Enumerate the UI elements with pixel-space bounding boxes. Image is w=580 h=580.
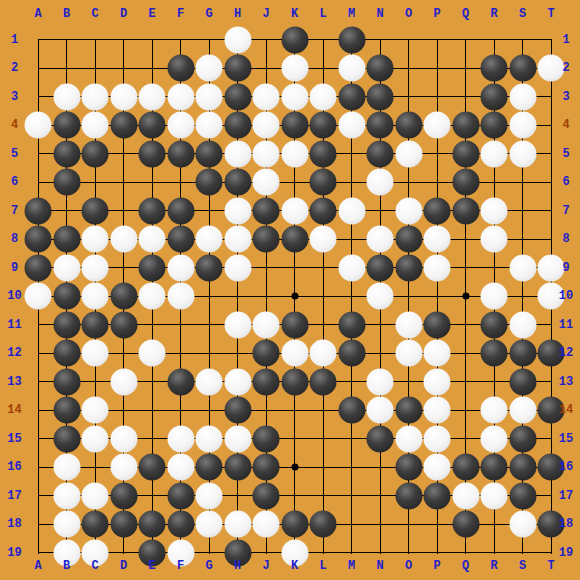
black-stone-S17[interactable]: [509, 482, 536, 509]
column-label-top-T: T: [547, 8, 554, 20]
column-label-top-H: H: [234, 8, 241, 20]
black-stone-B13[interactable]: [53, 368, 80, 395]
white-stone-S9[interactable]: [509, 254, 536, 281]
white-stone-R7[interactable]: [481, 197, 508, 224]
row-label-left-15: 15: [7, 433, 21, 445]
white-stone-G15[interactable]: [196, 425, 223, 452]
column-label-bottom-O: O: [405, 560, 412, 572]
column-label-top-N: N: [376, 8, 383, 20]
white-stone-H11[interactable]: [224, 311, 251, 338]
white-stone-C12[interactable]: [82, 340, 109, 367]
white-stone-H18[interactable]: [224, 511, 251, 538]
black-stone-M12[interactable]: [338, 340, 365, 367]
column-label-top-G: G: [205, 8, 212, 20]
column-label-bottom-G: G: [205, 560, 212, 572]
column-label-top-C: C: [91, 8, 98, 20]
column-label-top-P: P: [433, 8, 440, 20]
column-label-top-B: B: [63, 8, 70, 20]
black-stone-Q7[interactable]: [452, 197, 479, 224]
row-label-left-6: 6: [11, 176, 18, 188]
black-stone-J15[interactable]: [253, 425, 280, 452]
black-stone-B8[interactable]: [53, 226, 80, 253]
black-stone-B11[interactable]: [53, 311, 80, 338]
column-label-top-A: A: [34, 8, 41, 20]
column-label-top-O: O: [405, 8, 412, 20]
row-label-right-13: 13: [559, 376, 573, 388]
black-stone-J12[interactable]: [253, 340, 280, 367]
white-stone-S5[interactable]: [509, 140, 536, 167]
white-stone-P12[interactable]: [424, 340, 451, 367]
black-stone-F17[interactable]: [167, 482, 194, 509]
column-label-bottom-T: T: [547, 560, 554, 572]
white-stone-C3[interactable]: [82, 83, 109, 110]
white-stone-S18[interactable]: [509, 511, 536, 538]
hoshi-dot-K10: [291, 293, 298, 300]
white-stone-J6[interactable]: [253, 169, 280, 196]
white-stone-S4[interactable]: [509, 112, 536, 139]
white-stone-J3[interactable]: [253, 83, 280, 110]
white-stone-P16[interactable]: [424, 454, 451, 481]
row-label-left-16: 16: [7, 461, 21, 473]
white-stone-F3[interactable]: [167, 83, 194, 110]
black-stone-S13[interactable]: [509, 368, 536, 395]
white-stone-H8[interactable]: [224, 226, 251, 253]
black-stone-E16[interactable]: [139, 454, 166, 481]
white-stone-C10[interactable]: [82, 283, 109, 310]
white-stone-M4[interactable]: [338, 112, 365, 139]
white-stone-E8[interactable]: [139, 226, 166, 253]
column-label-top-J: J: [262, 8, 269, 20]
black-stone-M11[interactable]: [338, 311, 365, 338]
black-stone-K18[interactable]: [281, 511, 308, 538]
white-stone-L8[interactable]: [310, 226, 337, 253]
black-stone-N3[interactable]: [367, 83, 394, 110]
column-label-bottom-P: P: [433, 560, 440, 572]
black-stone-J17[interactable]: [253, 482, 280, 509]
white-stone-H7[interactable]: [224, 197, 251, 224]
black-stone-E5[interactable]: [139, 140, 166, 167]
white-stone-J18[interactable]: [253, 511, 280, 538]
row-label-left-14: 14: [7, 404, 21, 416]
row-label-right-19: 19: [559, 547, 573, 559]
column-label-bottom-C: C: [91, 560, 98, 572]
row-label-left-4: 4: [11, 119, 18, 131]
black-stone-Q4[interactable]: [452, 112, 479, 139]
black-stone-B15[interactable]: [53, 425, 80, 452]
grid-line-horizontal: [38, 267, 552, 268]
black-stone-P7[interactable]: [424, 197, 451, 224]
white-stone-R17[interactable]: [481, 482, 508, 509]
white-stone-B9[interactable]: [53, 254, 80, 281]
black-stone-L13[interactable]: [310, 368, 337, 395]
black-stone-N4[interactable]: [367, 112, 394, 139]
black-stone-L4[interactable]: [310, 112, 337, 139]
column-label-bottom-Q: Q: [462, 560, 469, 572]
black-stone-L18[interactable]: [310, 511, 337, 538]
row-label-right-11: 11: [559, 319, 573, 331]
white-stone-P8[interactable]: [424, 226, 451, 253]
black-stone-L6[interactable]: [310, 169, 337, 196]
column-label-top-L: L: [319, 8, 326, 20]
black-stone-R16[interactable]: [481, 454, 508, 481]
white-stone-F4[interactable]: [167, 112, 194, 139]
black-stone-S12[interactable]: [509, 340, 536, 367]
row-label-right-10: 10: [559, 290, 573, 302]
column-label-bottom-E: E: [148, 560, 155, 572]
black-stone-G5[interactable]: [196, 140, 223, 167]
black-stone-E18[interactable]: [139, 511, 166, 538]
black-stone-F13[interactable]: [167, 368, 194, 395]
black-stone-B14[interactable]: [53, 397, 80, 424]
black-stone-N2[interactable]: [367, 55, 394, 82]
row-label-left-13: 13: [7, 376, 21, 388]
row-label-right-8: 8: [562, 233, 569, 245]
white-stone-R8[interactable]: [481, 226, 508, 253]
black-stone-K1[interactable]: [281, 26, 308, 53]
row-label-left-19: 19: [7, 547, 21, 559]
white-stone-P4[interactable]: [424, 112, 451, 139]
black-stone-L5[interactable]: [310, 140, 337, 167]
column-label-top-Q: Q: [462, 8, 469, 20]
black-stone-Q6[interactable]: [452, 169, 479, 196]
column-label-bottom-M: M: [348, 560, 355, 572]
column-label-top-E: E: [148, 8, 155, 20]
black-stone-O16[interactable]: [395, 454, 422, 481]
row-label-left-5: 5: [11, 148, 18, 160]
white-stone-D13[interactable]: [110, 368, 137, 395]
row-label-left-7: 7: [11, 205, 18, 217]
white-stone-M2[interactable]: [338, 55, 365, 82]
black-stone-F7[interactable]: [167, 197, 194, 224]
black-stone-D11[interactable]: [110, 311, 137, 338]
row-label-left-17: 17: [7, 490, 21, 502]
row-label-left-18: 18: [7, 518, 21, 530]
white-stone-E3[interactable]: [139, 83, 166, 110]
black-stone-J16[interactable]: [253, 454, 280, 481]
black-stone-N9[interactable]: [367, 254, 394, 281]
row-label-right-2: 2: [562, 62, 569, 74]
white-stone-N13[interactable]: [367, 368, 394, 395]
white-stone-G8[interactable]: [196, 226, 223, 253]
black-stone-A9[interactable]: [25, 254, 52, 281]
row-label-right-17: 17: [559, 490, 573, 502]
white-stone-H5[interactable]: [224, 140, 251, 167]
white-stone-O11[interactable]: [395, 311, 422, 338]
row-label-right-3: 3: [562, 91, 569, 103]
black-stone-Q5[interactable]: [452, 140, 479, 167]
black-stone-S15[interactable]: [509, 425, 536, 452]
white-stone-B17[interactable]: [53, 482, 80, 509]
white-stone-P9[interactable]: [424, 254, 451, 281]
black-stone-M3[interactable]: [338, 83, 365, 110]
black-stone-O17[interactable]: [395, 482, 422, 509]
black-stone-D18[interactable]: [110, 511, 137, 538]
black-stone-R11[interactable]: [481, 311, 508, 338]
white-stone-H15[interactable]: [224, 425, 251, 452]
row-label-left-10: 10: [7, 290, 21, 302]
white-stone-C17[interactable]: [82, 482, 109, 509]
black-stone-D4[interactable]: [110, 112, 137, 139]
white-stone-L12[interactable]: [310, 340, 337, 367]
white-stone-G3[interactable]: [196, 83, 223, 110]
column-label-bottom-A: A: [34, 560, 41, 572]
black-stone-J7[interactable]: [253, 197, 280, 224]
column-label-bottom-F: F: [177, 560, 184, 572]
hoshi-dot-K16: [291, 464, 298, 471]
black-stone-K4[interactable]: [281, 112, 308, 139]
white-stone-H1[interactable]: [224, 26, 251, 53]
column-label-top-M: M: [348, 8, 355, 20]
black-stone-E4[interactable]: [139, 112, 166, 139]
white-stone-A10[interactable]: [25, 283, 52, 310]
black-stone-E9[interactable]: [139, 254, 166, 281]
black-stone-S2[interactable]: [509, 55, 536, 82]
white-stone-K12[interactable]: [281, 340, 308, 367]
white-stone-S14[interactable]: [509, 397, 536, 424]
white-stone-B3[interactable]: [53, 83, 80, 110]
black-stone-A8[interactable]: [25, 226, 52, 253]
white-stone-N8[interactable]: [367, 226, 394, 253]
row-label-right-4: 4: [562, 119, 569, 131]
black-stone-M14[interactable]: [338, 397, 365, 424]
black-stone-H4[interactable]: [224, 112, 251, 139]
black-stone-H6[interactable]: [224, 169, 251, 196]
white-stone-L3[interactable]: [310, 83, 337, 110]
black-stone-R2[interactable]: [481, 55, 508, 82]
black-stone-C18[interactable]: [82, 511, 109, 538]
white-stone-D8[interactable]: [110, 226, 137, 253]
black-stone-O4[interactable]: [395, 112, 422, 139]
column-label-bottom-R: R: [490, 560, 497, 572]
row-label-right-7: 7: [562, 205, 569, 217]
column-label-bottom-L: L: [319, 560, 326, 572]
black-stone-M1[interactable]: [338, 26, 365, 53]
white-stone-M7[interactable]: [338, 197, 365, 224]
black-stone-P17[interactable]: [424, 482, 451, 509]
white-stone-R14[interactable]: [481, 397, 508, 424]
row-label-right-1: 1: [562, 34, 569, 46]
row-label-left-8: 8: [11, 233, 18, 245]
black-stone-G16[interactable]: [196, 454, 223, 481]
white-stone-C14[interactable]: [82, 397, 109, 424]
black-stone-S16[interactable]: [509, 454, 536, 481]
row-label-left-3: 3: [11, 91, 18, 103]
row-label-right-5: 5: [562, 148, 569, 160]
black-stone-F18[interactable]: [167, 511, 194, 538]
white-stone-C8[interactable]: [82, 226, 109, 253]
black-stone-B10[interactable]: [53, 283, 80, 310]
column-label-bottom-J: J: [262, 560, 269, 572]
white-stone-D15[interactable]: [110, 425, 137, 452]
white-stone-P15[interactable]: [424, 425, 451, 452]
black-stone-F8[interactable]: [167, 226, 194, 253]
black-stone-H14[interactable]: [224, 397, 251, 424]
row-label-left-11: 11: [7, 319, 21, 331]
white-stone-B18[interactable]: [53, 511, 80, 538]
white-stone-G13[interactable]: [196, 368, 223, 395]
black-stone-R12[interactable]: [481, 340, 508, 367]
white-stone-G17[interactable]: [196, 482, 223, 509]
white-stone-C4[interactable]: [82, 112, 109, 139]
column-label-top-F: F: [177, 8, 184, 20]
black-stone-O8[interactable]: [395, 226, 422, 253]
black-stone-A7[interactable]: [25, 197, 52, 224]
black-stone-K11[interactable]: [281, 311, 308, 338]
black-stone-D17[interactable]: [110, 482, 137, 509]
white-stone-P14[interactable]: [424, 397, 451, 424]
white-stone-J11[interactable]: [253, 311, 280, 338]
white-stone-R10[interactable]: [481, 283, 508, 310]
white-stone-A4[interactable]: [25, 112, 52, 139]
white-stone-N10[interactable]: [367, 283, 394, 310]
white-stone-F15[interactable]: [167, 425, 194, 452]
black-stone-P11[interactable]: [424, 311, 451, 338]
black-stone-N15[interactable]: [367, 425, 394, 452]
column-label-top-R: R: [490, 8, 497, 20]
white-stone-O15[interactable]: [395, 425, 422, 452]
black-stone-H3[interactable]: [224, 83, 251, 110]
column-label-bottom-B: B: [63, 560, 70, 572]
column-label-top-K: K: [291, 8, 298, 20]
white-stone-K7[interactable]: [281, 197, 308, 224]
black-stone-C7[interactable]: [82, 197, 109, 224]
white-stone-F16[interactable]: [167, 454, 194, 481]
black-stone-B12[interactable]: [53, 340, 80, 367]
black-stone-J8[interactable]: [253, 226, 280, 253]
black-stone-K13[interactable]: [281, 368, 308, 395]
white-stone-O12[interactable]: [395, 340, 422, 367]
white-stone-R5[interactable]: [481, 140, 508, 167]
white-stone-G18[interactable]: [196, 511, 223, 538]
white-stone-G4[interactable]: [196, 112, 223, 139]
go-board-background: AABBCCDDEEFFGGHHJJKKLLMMNNOOPPQQRRSSTT11…: [0, 0, 580, 580]
column-label-bottom-K: K: [291, 560, 298, 572]
white-stone-Q17[interactable]: [452, 482, 479, 509]
black-stone-O9[interactable]: [395, 254, 422, 281]
white-stone-E10[interactable]: [139, 283, 166, 310]
white-stone-B16[interactable]: [53, 454, 80, 481]
column-label-top-D: D: [120, 8, 127, 20]
white-stone-T9[interactable]: [538, 254, 565, 281]
white-stone-C15[interactable]: [82, 425, 109, 452]
white-stone-O5[interactable]: [395, 140, 422, 167]
row-label-right-6: 6: [562, 176, 569, 188]
white-stone-D3[interactable]: [110, 83, 137, 110]
black-stone-G9[interactable]: [196, 254, 223, 281]
black-stone-B5[interactable]: [53, 140, 80, 167]
black-stone-E7[interactable]: [139, 197, 166, 224]
black-stone-J13[interactable]: [253, 368, 280, 395]
black-stone-Q16[interactable]: [452, 454, 479, 481]
black-stone-B4[interactable]: [53, 112, 80, 139]
white-stone-O7[interactable]: [395, 197, 422, 224]
row-label-right-12: 12: [559, 347, 573, 359]
row-label-left-2: 2: [11, 62, 18, 74]
white-stone-S11[interactable]: [509, 311, 536, 338]
white-stone-N14[interactable]: [367, 397, 394, 424]
black-stone-G6[interactable]: [196, 169, 223, 196]
white-stone-S3[interactable]: [509, 83, 536, 110]
column-label-bottom-S: S: [519, 560, 526, 572]
white-stone-J5[interactable]: [253, 140, 280, 167]
black-stone-H16[interactable]: [224, 454, 251, 481]
white-stone-G2[interactable]: [196, 55, 223, 82]
black-stone-F2[interactable]: [167, 55, 194, 82]
white-stone-F9[interactable]: [167, 254, 194, 281]
row-label-right-15: 15: [559, 433, 573, 445]
black-stone-D10[interactable]: [110, 283, 137, 310]
black-stone-C11[interactable]: [82, 311, 109, 338]
black-stone-N5[interactable]: [367, 140, 394, 167]
column-label-bottom-N: N: [376, 560, 383, 572]
grid-line-horizontal: [38, 410, 552, 411]
white-stone-P13[interactable]: [424, 368, 451, 395]
row-label-left-1: 1: [11, 34, 18, 46]
row-label-right-9: 9: [562, 262, 569, 274]
column-label-bottom-H: H: [234, 560, 241, 572]
white-stone-C9[interactable]: [82, 254, 109, 281]
black-stone-K8[interactable]: [281, 226, 308, 253]
white-stone-F10[interactable]: [167, 283, 194, 310]
white-stone-R15[interactable]: [481, 425, 508, 452]
white-stone-N6[interactable]: [367, 169, 394, 196]
row-label-right-16: 16: [559, 461, 573, 473]
black-stone-C5[interactable]: [82, 140, 109, 167]
black-stone-R3[interactable]: [481, 83, 508, 110]
white-stone-T2[interactable]: [538, 55, 565, 82]
white-stone-J4[interactable]: [253, 112, 280, 139]
black-stone-Q18[interactable]: [452, 511, 479, 538]
white-stone-H13[interactable]: [224, 368, 251, 395]
hoshi-dot-Q10: [462, 293, 469, 300]
row-label-right-14: 14: [559, 404, 573, 416]
white-stone-M9[interactable]: [338, 254, 365, 281]
row-label-right-18: 18: [559, 518, 573, 530]
black-stone-O14[interactable]: [395, 397, 422, 424]
white-stone-D16[interactable]: [110, 454, 137, 481]
black-stone-H2[interactable]: [224, 55, 251, 82]
black-stone-R4[interactable]: [481, 112, 508, 139]
white-stone-K5[interactable]: [281, 140, 308, 167]
white-stone-H9[interactable]: [224, 254, 251, 281]
row-label-left-9: 9: [11, 262, 18, 274]
black-stone-F5[interactable]: [167, 140, 194, 167]
column-label-top-S: S: [519, 8, 526, 20]
column-label-bottom-D: D: [120, 560, 127, 572]
white-stone-K3[interactable]: [281, 83, 308, 110]
row-label-left-12: 12: [7, 347, 21, 359]
white-stone-E12[interactable]: [139, 340, 166, 367]
black-stone-L7[interactable]: [310, 197, 337, 224]
black-stone-B6[interactable]: [53, 169, 80, 196]
white-stone-K2[interactable]: [281, 55, 308, 82]
